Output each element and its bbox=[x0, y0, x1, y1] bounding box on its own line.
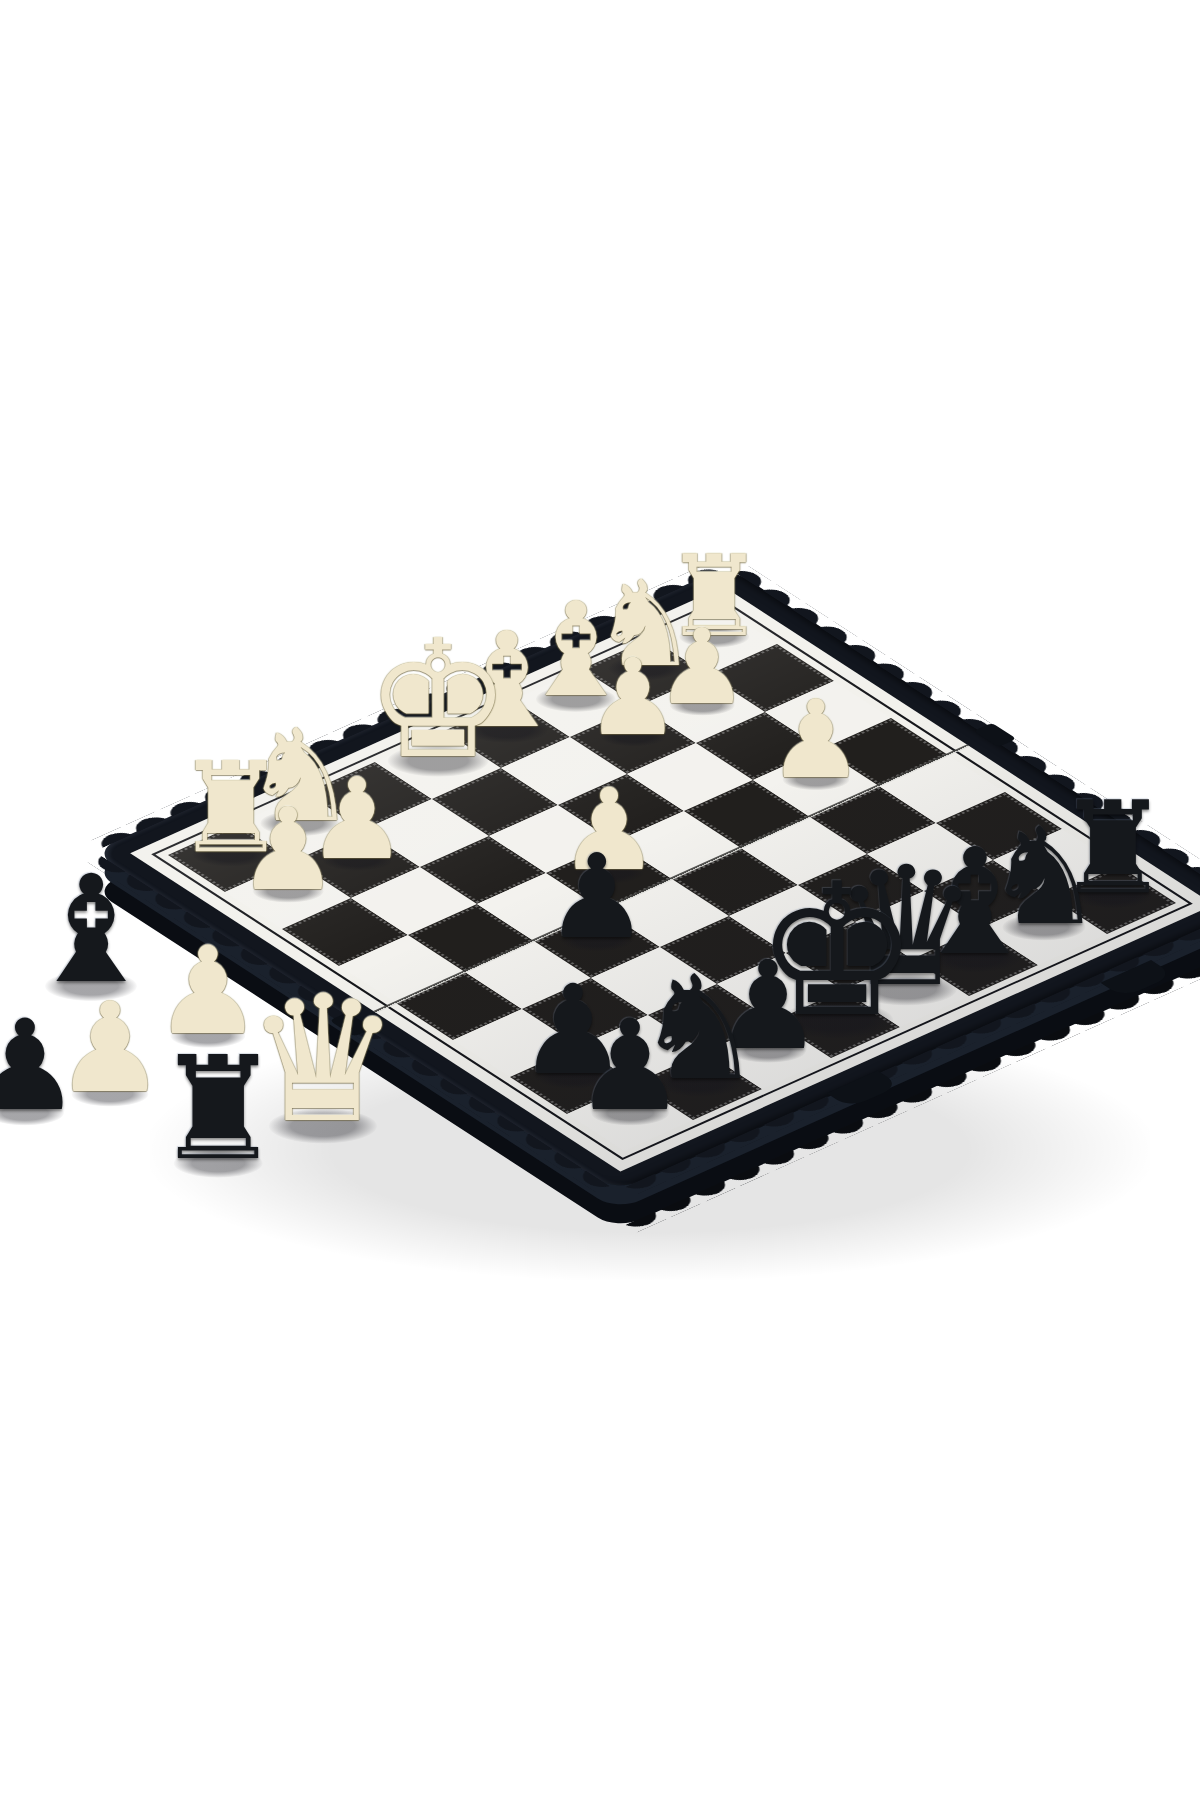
piece-black-pawn-c5: ♟ bbox=[545, 839, 649, 955]
piece-white-pawn-a2: ♟ bbox=[237, 793, 339, 907]
piece-black-pawn-a8: ♟ bbox=[574, 1004, 686, 1129]
piece-black-rook-loose: ♜ bbox=[154, 1038, 282, 1181]
piece-white-pawn-g4: ♟ bbox=[768, 686, 865, 794]
chess-set-product-photo: ♜♞♟♟♚♝♝♞♜♟♟♟♟♟♟♞♟♚♛♝♞♜♟♝♟♟♟♜♛ bbox=[0, 0, 1200, 1800]
piece-black-pawn-loose: ♟ bbox=[0, 1004, 81, 1129]
piece-white-pawn-f2: ♟ bbox=[586, 645, 681, 751]
